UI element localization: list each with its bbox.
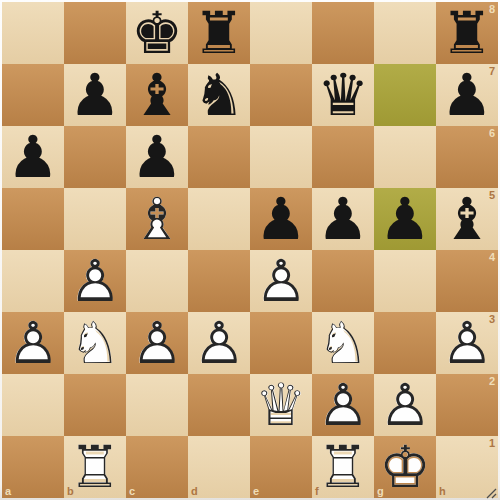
piece-white-pawn-outline: ♙ <box>126 312 188 374</box>
square-g5[interactable]: ♟ <box>374 188 436 250</box>
square-a1[interactable]: a <box>2 436 64 498</box>
square-c1[interactable]: c <box>126 436 188 498</box>
piece-white-knight[interactable]: ♞ <box>312 312 374 374</box>
square-b1[interactable]: ♜♖b <box>64 436 126 498</box>
square-c6[interactable]: ♟ <box>126 126 188 188</box>
piece-white-rook[interactable]: ♜ <box>312 436 374 498</box>
rank-label-6: 6 <box>489 127 495 139</box>
square-b5[interactable] <box>64 188 126 250</box>
piece-white-pawn-outline: ♙ <box>64 250 126 312</box>
square-g4[interactable] <box>374 250 436 312</box>
piece-black-pawn[interactable]: ♟ <box>374 188 436 250</box>
rank-label-8: 8 <box>489 3 495 15</box>
rank-label-5: 5 <box>489 189 495 201</box>
piece-black-pawn[interactable]: ♟ <box>126 126 188 188</box>
piece-white-queen-outline: ♕ <box>250 374 312 436</box>
square-h6[interactable]: 6 <box>436 126 498 188</box>
piece-white-pawn-outline: ♙ <box>374 374 436 436</box>
square-h4[interactable]: 4 <box>436 250 498 312</box>
piece-black-knight[interactable]: ♞ <box>188 64 250 126</box>
square-h1[interactable]: h1 <box>436 436 498 498</box>
piece-white-pawn[interactable]: ♟ <box>64 250 126 312</box>
square-b4[interactable]: ♟♙ <box>64 250 126 312</box>
square-d8[interactable]: ♜ <box>188 2 250 64</box>
file-label-g: g <box>377 485 384 497</box>
square-g8[interactable] <box>374 2 436 64</box>
piece-black-queen[interactable]: ♛ <box>312 64 374 126</box>
piece-white-pawn[interactable]: ♟ <box>374 374 436 436</box>
rank-label-3: 3 <box>489 313 495 325</box>
piece-white-bishop[interactable]: ♝ <box>126 188 188 250</box>
rank-label-2: 2 <box>489 375 495 387</box>
square-f8[interactable] <box>312 2 374 64</box>
piece-black-rook[interactable]: ♜ <box>188 2 250 64</box>
file-label-c: c <box>129 485 135 497</box>
square-g1[interactable]: ♚♔g <box>374 436 436 498</box>
square-d7[interactable]: ♞ <box>188 64 250 126</box>
square-e1[interactable]: e <box>250 436 312 498</box>
piece-white-pawn-outline: ♙ <box>2 312 64 374</box>
square-d3[interactable]: ♟♙ <box>188 312 250 374</box>
square-e7[interactable] <box>250 64 312 126</box>
file-label-f: f <box>315 485 319 497</box>
piece-black-king[interactable]: ♚ <box>126 2 188 64</box>
square-d6[interactable] <box>188 126 250 188</box>
square-d5[interactable] <box>188 188 250 250</box>
piece-black-bishop[interactable]: ♝ <box>436 188 498 250</box>
piece-black-pawn[interactable]: ♟ <box>64 64 126 126</box>
square-a6[interactable]: ♟ <box>2 126 64 188</box>
square-f1[interactable]: ♜♖f <box>312 436 374 498</box>
piece-white-knight-outline: ♘ <box>64 312 126 374</box>
square-g3[interactable] <box>374 312 436 374</box>
piece-black-pawn[interactable]: ♟ <box>2 126 64 188</box>
square-f6[interactable] <box>312 126 374 188</box>
square-f2[interactable]: ♟♙ <box>312 374 374 436</box>
piece-white-rook-outline: ♖ <box>312 436 374 498</box>
square-h7[interactable]: ♟7 <box>436 64 498 126</box>
file-label-b: b <box>67 485 74 497</box>
piece-white-rook[interactable]: ♜ <box>64 436 126 498</box>
square-f3[interactable]: ♞♘ <box>312 312 374 374</box>
square-d1[interactable]: d <box>188 436 250 498</box>
square-d2[interactable] <box>188 374 250 436</box>
resize-handle-icon[interactable] <box>485 485 497 497</box>
square-a8[interactable] <box>2 2 64 64</box>
square-e3[interactable] <box>250 312 312 374</box>
square-e8[interactable] <box>250 2 312 64</box>
square-b8[interactable] <box>64 2 126 64</box>
square-a3[interactable]: ♟♙ <box>2 312 64 374</box>
rank-label-4: 4 <box>489 251 495 263</box>
piece-white-pawn-outline: ♙ <box>250 250 312 312</box>
file-label-d: d <box>191 485 198 497</box>
piece-white-pawn[interactable]: ♟ <box>126 312 188 374</box>
file-label-a: a <box>5 485 11 497</box>
square-a5[interactable] <box>2 188 64 250</box>
piece-white-pawn[interactable]: ♟ <box>2 312 64 374</box>
square-c2[interactable] <box>126 374 188 436</box>
square-h3[interactable]: ♟♙3 <box>436 312 498 374</box>
square-e5[interactable]: ♟ <box>250 188 312 250</box>
square-g2[interactable]: ♟♙ <box>374 374 436 436</box>
chess-board: ♚♜♜8♟♝♞♛♟7♟♟6♝♗♟♟♟♝5♟♙♟♙4♟♙♞♘♟♙♟♙♞♘♟♙3♛♕… <box>2 2 498 498</box>
square-b2[interactable] <box>64 374 126 436</box>
square-a2[interactable] <box>2 374 64 436</box>
piece-black-bishop[interactable]: ♝ <box>126 64 188 126</box>
piece-white-pawn[interactable]: ♟ <box>250 250 312 312</box>
square-g7[interactable] <box>374 64 436 126</box>
piece-black-pawn[interactable]: ♟ <box>436 64 498 126</box>
square-f4[interactable] <box>312 250 374 312</box>
rank-label-1: 1 <box>489 437 495 449</box>
piece-white-pawn-outline: ♙ <box>312 374 374 436</box>
square-h8[interactable]: ♜8 <box>436 2 498 64</box>
square-d4[interactable] <box>188 250 250 312</box>
square-c5[interactable]: ♝♗ <box>126 188 188 250</box>
piece-white-bishop-outline: ♗ <box>126 188 188 250</box>
file-label-e: e <box>253 485 259 497</box>
piece-white-pawn[interactable]: ♟ <box>312 374 374 436</box>
square-c3[interactable]: ♟♙ <box>126 312 188 374</box>
file-label-h: h <box>439 485 446 497</box>
piece-white-pawn-outline: ♙ <box>188 312 250 374</box>
piece-white-queen[interactable]: ♛ <box>250 374 312 436</box>
rank-label-7: 7 <box>489 65 495 77</box>
square-a4[interactable] <box>2 250 64 312</box>
piece-white-rook-outline: ♖ <box>64 436 126 498</box>
square-c4[interactable] <box>126 250 188 312</box>
piece-white-king[interactable]: ♚ <box>374 436 436 498</box>
square-e2[interactable]: ♛♕ <box>250 374 312 436</box>
square-b3[interactable]: ♞♘ <box>64 312 126 374</box>
piece-black-rook[interactable]: ♜ <box>436 2 498 64</box>
square-e6[interactable] <box>250 126 312 188</box>
square-a7[interactable] <box>2 64 64 126</box>
piece-black-pawn[interactable]: ♟ <box>312 188 374 250</box>
square-c7[interactable]: ♝ <box>126 64 188 126</box>
square-g6[interactable] <box>374 126 436 188</box>
square-h5[interactable]: ♝5 <box>436 188 498 250</box>
piece-white-knight-outline: ♘ <box>312 312 374 374</box>
piece-white-knight[interactable]: ♞ <box>64 312 126 374</box>
square-f5[interactable]: ♟ <box>312 188 374 250</box>
piece-white-king-outline: ♔ <box>374 436 436 498</box>
board-frame: ♚♜♜8♟♝♞♛♟7♟♟6♝♗♟♟♟♝5♟♙♟♙4♟♙♞♘♟♙♟♙♞♘♟♙3♛♕… <box>0 0 500 500</box>
piece-black-pawn[interactable]: ♟ <box>250 188 312 250</box>
square-h2[interactable]: 2 <box>436 374 498 436</box>
piece-white-pawn[interactable]: ♟ <box>436 312 498 374</box>
square-f7[interactable]: ♛ <box>312 64 374 126</box>
square-b6[interactable] <box>64 126 126 188</box>
square-b7[interactable]: ♟ <box>64 64 126 126</box>
square-e4[interactable]: ♟♙ <box>250 250 312 312</box>
piece-white-pawn-outline: ♙ <box>436 312 498 374</box>
square-c8[interactable]: ♚ <box>126 2 188 64</box>
piece-white-pawn[interactable]: ♟ <box>188 312 250 374</box>
